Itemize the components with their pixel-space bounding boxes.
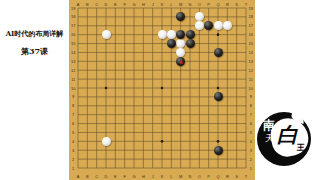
coordinate-label: B: [86, 174, 89, 179]
white-stone: [102, 137, 111, 146]
coordinate-label: E: [114, 2, 117, 7]
logo-char-bai: 白: [277, 124, 298, 146]
coordinate-label: G: [132, 2, 135, 7]
black-stone: [186, 39, 195, 48]
coordinate-label: 19: [71, 6, 76, 11]
coordinate-label: 9: [72, 94, 75, 99]
coordinate-label: 2: [250, 157, 252, 162]
white-stone: [214, 21, 223, 30]
black-stone: [214, 48, 223, 57]
coordinate-label: 14: [71, 50, 76, 55]
coordinate-label: A: [77, 2, 80, 7]
channel-logo: 南 天 白 王: [257, 112, 311, 166]
black-stone: [186, 30, 195, 39]
coordinate-label: O: [198, 2, 201, 7]
white-stone: [158, 30, 167, 39]
coordinate-label: S: [235, 174, 238, 179]
coordinate-label: F: [123, 174, 126, 179]
coordinate-label: D: [105, 2, 108, 7]
coordinate-label: T: [245, 2, 248, 7]
logo-panel: 南 天 白 王: [255, 0, 320, 180]
coordinate-label: M: [179, 2, 182, 7]
coordinate-label: 16: [249, 32, 254, 37]
course-title: AI时代的布局详解: [0, 29, 69, 39]
black-stone: [214, 146, 223, 155]
black-stone: ▲: [176, 57, 185, 66]
coordinate-label: Q: [216, 174, 219, 179]
logo-char-wang: 王: [297, 143, 305, 151]
coordinate-label: G: [132, 174, 135, 179]
coordinate-label: J: [152, 174, 154, 179]
coordinate-label: L: [170, 174, 173, 179]
coordinate-label: Q: [216, 2, 219, 7]
coordinate-label: 11: [71, 77, 75, 82]
coordinate-label: 4: [250, 139, 253, 144]
coordinate-label: 1: [250, 166, 252, 171]
coordinate-label: P: [207, 2, 210, 7]
coordinate-label: 18: [71, 14, 76, 19]
star-point: [105, 87, 108, 90]
star-point: [161, 140, 164, 143]
coordinate-label: D: [105, 174, 108, 179]
coordinate-label: M: [179, 174, 182, 179]
coordinate-label: 13: [71, 59, 76, 64]
coordinate-label: F: [123, 2, 126, 7]
go-lecture-thumbnail: AI时代的布局详解 第37课 AABBCCDDEEFFGGHHJJKKLLMMN…: [0, 0, 320, 180]
coordinate-label: J: [152, 2, 154, 7]
coordinate-label: 12: [249, 68, 253, 73]
coordinate-label: 12: [71, 68, 75, 73]
coordinate-label: C: [95, 174, 98, 179]
coordinate-label: 7: [72, 112, 74, 117]
coordinate-label: 15: [71, 41, 76, 46]
coordinate-label: 13: [249, 59, 254, 64]
go-board: AABBCCDDEEFFGGHHJJKKLLMMNNOOPPQQRRSSTT19…: [69, 0, 255, 180]
coordinate-label: 10: [71, 86, 76, 91]
coordinate-label: 10: [249, 86, 254, 91]
coordinate-label: 6: [250, 121, 253, 126]
white-stone: [102, 30, 111, 39]
coordinate-label: C: [95, 2, 98, 7]
last-move-marker: ▲: [178, 58, 184, 64]
star-point: [217, 33, 220, 36]
black-stone: [214, 92, 223, 101]
logo-char-tian: 天: [265, 134, 274, 143]
coordinate-label: R: [226, 2, 229, 7]
coordinate-label: O: [198, 174, 201, 179]
coordinate-label: L: [170, 2, 173, 7]
coordinate-label: 2: [72, 157, 74, 162]
black-stone: [167, 39, 176, 48]
coordinate-label: 18: [249, 14, 254, 19]
coordinate-label: 8: [250, 103, 253, 108]
coordinate-label: 5: [250, 130, 253, 135]
star-point: [217, 87, 220, 90]
coordinate-label: 3: [72, 148, 75, 153]
coordinate-label: 16: [71, 32, 76, 37]
coordinate-label: 8: [72, 103, 75, 108]
coordinate-label: P: [207, 174, 210, 179]
coordinate-label: 6: [72, 121, 75, 126]
coordinate-label: K: [161, 2, 164, 7]
white-stone: [167, 30, 176, 39]
coordinate-label: A: [77, 174, 80, 179]
coordinate-label: 19: [249, 6, 254, 11]
coordinate-label: 3: [250, 148, 253, 153]
star-point: [217, 140, 220, 143]
coordinate-label: R: [226, 174, 229, 179]
coordinate-label: 1: [72, 166, 74, 171]
coordinate-label: N: [189, 2, 192, 7]
coordinate-label: 7: [250, 112, 252, 117]
coordinate-label: H: [142, 2, 145, 7]
coordinate-label: 17: [71, 23, 75, 28]
coordinate-label: 15: [249, 41, 254, 46]
coordinate-label: 14: [249, 50, 254, 55]
coordinate-label: 11: [249, 77, 253, 82]
logo-char-nan: 南: [263, 119, 275, 131]
coordinate-label: K: [161, 174, 164, 179]
coordinate-label: 17: [249, 23, 253, 28]
coordinate-label: E: [114, 174, 117, 179]
coordinate-label: T: [245, 174, 248, 179]
coordinate-label: N: [189, 174, 192, 179]
star-point: [161, 87, 164, 90]
coordinate-label: H: [142, 174, 145, 179]
coordinate-label: 9: [250, 94, 253, 99]
coordinate-label: S: [235, 2, 238, 7]
lesson-number: 第37课: [0, 46, 69, 57]
coordinate-label: 5: [72, 130, 75, 135]
coordinate-label: 4: [72, 139, 75, 144]
lesson-title-panel: AI时代的布局详解 第37课: [0, 0, 69, 180]
coordinate-label: B: [86, 2, 89, 7]
